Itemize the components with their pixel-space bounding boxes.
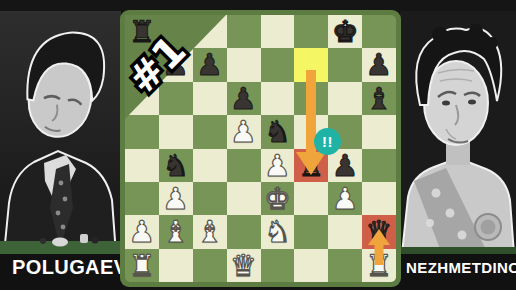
square-d4	[227, 149, 261, 182]
square-d2	[227, 215, 261, 248]
black-queen-h2: ♛	[362, 215, 396, 248]
player-photo-right	[400, 11, 516, 254]
white-pawn-b3: ♟	[159, 182, 193, 215]
polugaevsky-portrait-icon	[0, 11, 121, 254]
white-pawn-d5: ♟	[227, 115, 261, 148]
square-c4	[193, 149, 227, 182]
black-pawn-c7: ♟	[193, 48, 227, 81]
square-e6	[261, 82, 295, 115]
square-g6	[328, 82, 362, 115]
square-c8	[193, 15, 227, 48]
white-pawn-a2: ♟	[125, 215, 159, 248]
square-f8	[294, 15, 328, 48]
square-f1	[294, 249, 328, 282]
square-g2	[328, 215, 362, 248]
thumbnail-stage: POLUGAEVSKY NEZHMETDINOV ♜♚♟♟♟♟♟♝♟♞♞♟♜♟♟…	[0, 0, 516, 290]
square-a1: ♜	[125, 249, 159, 282]
square-g7	[328, 48, 362, 81]
black-rook-a8: ♜	[125, 15, 159, 48]
white-queen-d1: ♛	[227, 249, 261, 282]
square-a7: ♟	[125, 48, 159, 81]
square-b4: ♞	[159, 149, 193, 182]
square-h4	[362, 149, 396, 182]
square-d8	[227, 15, 261, 48]
square-b7: ♟	[159, 48, 193, 81]
square-b3: ♟	[159, 182, 193, 215]
white-pawn-e4: ♟	[261, 149, 295, 182]
black-king-g8: ♚	[328, 15, 362, 48]
square-b8	[159, 15, 193, 48]
square-a8: ♜	[125, 15, 159, 48]
square-a6	[125, 82, 159, 115]
square-h3	[362, 182, 396, 215]
square-a4	[125, 149, 159, 182]
square-h2: ♛	[362, 215, 396, 248]
nezhmetdinov-portrait-icon	[400, 11, 516, 254]
square-d5: ♟	[227, 115, 261, 148]
square-e8	[261, 15, 295, 48]
square-b5	[159, 115, 193, 148]
square-g3: ♟	[328, 182, 362, 215]
square-d6: ♟	[227, 82, 261, 115]
square-d3	[227, 182, 261, 215]
square-h5	[362, 115, 396, 148]
board-grid: ♜♚♟♟♟♟♟♝♟♞♞♟♜♟♟♚♟♟♝♝♞♛♜♛♜	[125, 15, 396, 282]
square-h1: ♜	[362, 249, 396, 282]
square-c5	[193, 115, 227, 148]
white-king-e3: ♚	[261, 182, 295, 215]
square-c2: ♝	[193, 215, 227, 248]
square-a2: ♟	[125, 215, 159, 248]
square-f6	[294, 82, 328, 115]
white-pawn-g3: ♟	[328, 182, 362, 215]
square-g8: ♚	[328, 15, 362, 48]
square-c7: ♟	[193, 48, 227, 81]
square-e2: ♞	[261, 215, 295, 248]
square-h8	[362, 15, 396, 48]
square-f2	[294, 215, 328, 248]
square-g1	[328, 249, 362, 282]
square-a5	[125, 115, 159, 148]
square-c3	[193, 182, 227, 215]
black-knight-b4: ♞	[159, 149, 193, 182]
square-f3	[294, 182, 328, 215]
square-e4: ♟	[261, 149, 295, 182]
square-b6	[159, 82, 193, 115]
black-pawn-h7: ♟	[362, 48, 396, 81]
square-b2: ♝	[159, 215, 193, 248]
white-knight-e2: ♞	[261, 215, 295, 248]
square-b1	[159, 249, 193, 282]
square-d1: ♛	[227, 249, 261, 282]
white-rook-a1: ♜	[125, 249, 159, 282]
square-f7	[294, 48, 328, 81]
black-pawn-a7: ♟	[125, 48, 159, 81]
black-bishop-h6: ♝	[362, 82, 396, 115]
square-h7: ♟	[362, 48, 396, 81]
square-e3: ♚	[261, 182, 295, 215]
square-a3	[125, 182, 159, 215]
black-knight-e5: ♞	[261, 115, 295, 148]
white-bishop-b2: ♝	[159, 215, 193, 248]
square-d7	[227, 48, 261, 81]
black-pawn-d6: ♟	[227, 82, 261, 115]
square-e5: ♞	[261, 115, 295, 148]
brilliant-move-badge: !!	[314, 128, 341, 155]
square-c1	[193, 249, 227, 282]
black-pawn-b7: ♟	[159, 48, 193, 81]
player-photo-left	[0, 11, 121, 254]
square-e1	[261, 249, 295, 282]
square-c6	[193, 82, 227, 115]
square-e7	[261, 48, 295, 81]
square-h6: ♝	[362, 82, 396, 115]
white-rook-h1: ♜	[362, 249, 396, 282]
chess-board: ♜♚♟♟♟♟♟♝♟♞♞♟♜♟♟♚♟♟♝♝♞♛♜♛♜ #1 !!	[120, 10, 401, 287]
white-bishop-c2: ♝	[193, 215, 227, 248]
player-name-right: NEZHMETDINOV	[406, 259, 516, 276]
